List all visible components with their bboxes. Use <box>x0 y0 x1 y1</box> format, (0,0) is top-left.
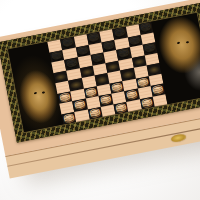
product-photo: ⛂⛂⛂⛂⛂⛂⛂⛂⛂⛂⛂⛂⛂⛂⛂⛂⛂⛂⛂⛂⛂⛂⛂⛂ <box>0 0 200 200</box>
decal-interior: ⛂⛂⛂⛂⛂⛂⛂⛂⛂⛂⛂⛂⛂⛂⛂⛂⛂⛂⛂⛂⛂⛂⛂⛂ <box>7 12 200 133</box>
ornate-border-frame: ⛂⛂⛂⛂⛂⛂⛂⛂⛂⛂⛂⛂⛂⛂⛂⛂⛂⛂⛂⛂⛂⛂⛂⛂ <box>0 2 200 142</box>
gold-lion-emblem-icon <box>171 133 187 143</box>
white-man[interactable]: ⛂ <box>114 99 127 114</box>
white-man[interactable]: ⛂ <box>140 94 153 109</box>
lid-decal: ⛂⛂⛂⛂⛂⛂⛂⛂⛂⛂⛂⛂⛂⛂⛂⛂⛂⛂⛂⛂⛂⛂⛂⛂ <box>0 2 200 142</box>
white-man[interactable]: ⛂ <box>62 109 75 124</box>
white-man[interactable]: ⛂ <box>88 104 101 119</box>
checkerboard: ⛂⛂⛂⛂⛂⛂⛂⛂⛂⛂⛂⛂⛂⛂⛂⛂⛂⛂⛂⛂⛂⛂⛂⛂ <box>47 22 167 125</box>
wooden-game-case: ⛂⛂⛂⛂⛂⛂⛂⛂⛂⛂⛂⛂⛂⛂⛂⛂⛂⛂⛂⛂⛂⛂⛂⛂ <box>0 0 200 178</box>
